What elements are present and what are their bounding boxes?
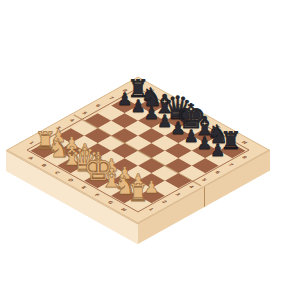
- chessboard-illustration: ABCDEFGH ABCDEFGH 87654321 87654321 ♜♞♝♛…: [0, 0, 300, 300]
- white-rook-h1[interactable]: ♜: [127, 181, 149, 205]
- folding-seam-side: [204, 187, 205, 208]
- black-pawn-h7[interactable]: ♟: [210, 143, 225, 160]
